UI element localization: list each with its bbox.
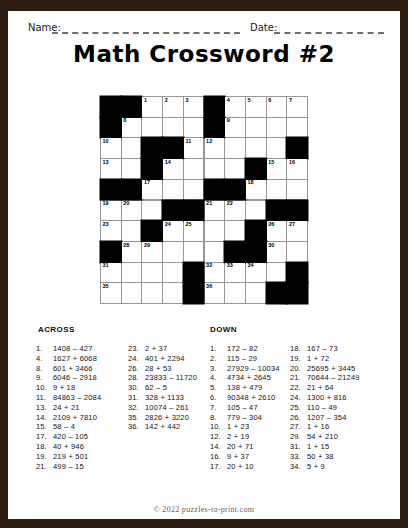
clue-number-label: 16. [210, 452, 227, 462]
grid-cell[interactable] [142, 263, 162, 283]
clue-expression: 105 – 47 [227, 403, 258, 412]
clue-down-18: 18.167 – 73 [290, 344, 360, 354]
grid-cell[interactable] [267, 118, 287, 138]
grid-cell[interactable] [267, 263, 287, 283]
clue-across-21: 21.499 – 15 [36, 462, 101, 472]
clue-number-label: 30. [128, 383, 145, 393]
grid-cell[interactable] [122, 138, 142, 158]
black-cell [142, 138, 162, 158]
grid-cell[interactable]: 9 [225, 118, 245, 138]
clue-expression: 62 – 5 [145, 383, 167, 392]
down-header: DOWN [210, 325, 237, 334]
grid-cell[interactable] [225, 138, 245, 158]
grid-cell[interactable]: 23 [101, 221, 121, 241]
grid-cell[interactable]: 13 [101, 159, 121, 179]
black-cell [101, 97, 121, 117]
clue-number-label: 22. [290, 383, 307, 393]
clue-across-36: 36.142 + 442 [128, 422, 197, 432]
clue-expression: 90348 + 2610 [227, 393, 276, 402]
clue-number-label: 6. [210, 393, 227, 403]
clue-down-24: 24.1300 + 816 [290, 393, 360, 403]
clue-number-label: 24. [290, 393, 307, 403]
clue-number-label: 33. [290, 452, 307, 462]
clue-down-34: 34.5 + 9 [290, 462, 360, 472]
clue-expression: 1 + 72 [307, 354, 329, 363]
clue-down-2: 2.115 – 29 [210, 354, 280, 364]
cell-number: 2 [165, 98, 168, 104]
clue-across-4: 4.1627 + 6068 [36, 354, 101, 364]
clue-expression: 2109 + 7810 [53, 413, 97, 422]
clue-expression: 1408 – 427 [53, 344, 93, 353]
black-cell [287, 263, 307, 283]
clue-expression: 601 + 3466 [53, 364, 93, 373]
grid-cell[interactable] [205, 221, 225, 241]
clue-expression: 21 + 64 [307, 383, 334, 392]
clue-expression: 142 + 442 [145, 422, 180, 431]
grid-cell[interactable]: 8 [122, 118, 142, 138]
black-cell [163, 138, 183, 158]
grid-cell[interactable]: 33 [225, 263, 245, 283]
cell-number: 20 [123, 201, 129, 207]
clue-across-23: 23.2 + 37 [128, 344, 197, 354]
grid-cell[interactable] [184, 180, 204, 200]
clue-number-label: 3. [210, 364, 227, 374]
clue-number-label: 8. [210, 413, 227, 423]
clue-down-3: 3.27929 – 10034 [210, 364, 280, 374]
clue-expression: 24 + 21 [53, 403, 80, 412]
clue-expression: 115 – 29 [227, 354, 257, 363]
grid-cell[interactable] [184, 118, 204, 138]
clue-across-9: 9.6046 – 2918 [36, 373, 101, 383]
clue-expression: 219 + 501 [53, 452, 88, 461]
clue-expression: 1300 + 816 [307, 393, 347, 402]
cell-number: 7 [289, 98, 292, 104]
cell-number: 18 [248, 180, 254, 186]
grid-cell[interactable]: 19 [101, 201, 121, 221]
grid-cell[interactable] [205, 242, 225, 262]
across-header: ACROSS [38, 325, 75, 334]
clue-number-label: 1. [210, 344, 227, 354]
cell-number: 33 [227, 263, 233, 269]
clue-down-10: 10.1 + 23 [210, 422, 280, 432]
cell-number: 35 [103, 284, 109, 290]
clue-number-label: 10. [36, 383, 53, 393]
grid-cell[interactable]: 28 [122, 242, 142, 262]
grid-cell[interactable] [142, 201, 162, 221]
clue-across-31: 31.328 + 1133 [128, 393, 197, 403]
clue-expression: 20 + 71 [227, 442, 254, 451]
grid-cell[interactable]: 6 [267, 97, 287, 117]
clue-expression: 10074 – 261 [145, 403, 189, 412]
cell-number: 14 [165, 160, 171, 166]
black-cell [184, 263, 204, 283]
clue-across-15: 15.58 – 4 [36, 422, 101, 432]
across-clues-column-2: 23.2 + 3724.401 + 229426.28 + 5328.23833… [128, 344, 197, 432]
clue-number-label: 32. [128, 403, 145, 413]
grid-cell[interactable]: 31 [101, 263, 121, 283]
grid-cell[interactable]: 17 [142, 180, 162, 200]
clue-expression: 54 + 210 [307, 432, 338, 441]
cell-number: 34 [248, 263, 254, 269]
clue-expression: 167 – 73 [307, 344, 338, 353]
clue-across-19: 19.219 + 501 [36, 452, 101, 462]
grid-cell[interactable]: 15 [267, 159, 287, 179]
cell-number: 22 [227, 201, 233, 207]
black-cell [205, 180, 225, 200]
grid-cell[interactable] [163, 283, 183, 303]
cell-number: 9 [227, 118, 230, 124]
cell-number: 29 [144, 243, 150, 249]
black-cell [122, 97, 142, 117]
grid-cell[interactable] [163, 263, 183, 283]
grid-cell[interactable] [246, 201, 266, 221]
grid-cell[interactable]: 22 [225, 201, 245, 221]
clue-across-1: 1.1408 – 427 [36, 344, 101, 354]
clue-down-27: 27.1 + 16 [290, 422, 360, 432]
clue-expression: 2 + 19 [227, 432, 249, 441]
cell-number: 5 [248, 98, 251, 104]
black-cell [163, 201, 183, 221]
cell-number: 16 [289, 160, 295, 166]
black-cell [184, 283, 204, 303]
clue-number-label: 18. [290, 344, 307, 354]
grid-cell[interactable]: 4 [225, 97, 245, 117]
black-cell [225, 180, 245, 200]
clue-expression: 172 – 82 [227, 344, 258, 353]
clue-expression: 2 + 37 [145, 344, 167, 353]
clue-expression: 138 + 479 [227, 383, 262, 392]
clue-number-label: 19. [290, 354, 307, 364]
clue-expression: 401 + 2294 [145, 354, 185, 363]
grid-cell[interactable] [122, 263, 142, 283]
grid-cell[interactable] [267, 138, 287, 158]
clue-down-12: 12.2 + 19 [210, 432, 280, 442]
clue-down-8: 8.779 – 304 [210, 413, 280, 423]
clue-number-label: 8. [36, 364, 53, 374]
clue-down-25: 25.110 – 49 [290, 403, 360, 413]
clue-down-31: 31.1 + 15 [290, 442, 360, 452]
black-cell [142, 159, 162, 179]
clue-number-label: 35. [128, 413, 145, 423]
grid-cell[interactable] [225, 221, 245, 241]
clue-expression: 1 + 16 [307, 422, 329, 431]
grid-cell[interactable] [246, 118, 266, 138]
clue-number-label: 13. [36, 403, 53, 413]
grid-cell[interactable]: 10 [101, 138, 121, 158]
clue-number-label: 27. [290, 422, 307, 432]
clue-down-33: 33.50 + 38 [290, 452, 360, 462]
grid-cell[interactable] [287, 242, 307, 262]
clue-down-16: 16.9 + 37 [210, 452, 280, 462]
down-clues-column-1: 1.172 – 822.115 – 293.27929 – 100344.473… [210, 344, 280, 471]
date-input-line[interactable] [274, 21, 384, 34]
grid-cell[interactable]: 24 [163, 221, 183, 241]
grid-cell[interactable]: 2 [163, 97, 183, 117]
cell-number: 31 [103, 263, 109, 269]
clue-across-24: 24.401 + 2294 [128, 354, 197, 364]
clue-number-label: 34. [290, 462, 307, 472]
clue-expression: 20 + 10 [227, 462, 254, 471]
clue-down-4: 4.4734 + 2645 [210, 373, 280, 383]
clue-expression: 4734 + 2645 [227, 373, 271, 382]
clue-across-35: 35.2826 + 3220 [128, 413, 197, 423]
clue-number-label: 1. [36, 344, 53, 354]
grid-cell[interactable] [122, 221, 142, 241]
clue-number-label: 26. [290, 413, 307, 423]
across-clues-column-1: 1.1408 – 4274.1627 + 60688.601 + 34669.6… [36, 344, 101, 471]
grid-cell[interactable]: 14 [163, 159, 183, 179]
clue-expression: 28 + 53 [145, 364, 172, 373]
grid-cell[interactable] [225, 159, 245, 179]
clue-number-label: 4. [210, 373, 227, 383]
grid-cell[interactable]: 36 [205, 283, 225, 303]
clue-expression: 779 – 304 [227, 413, 262, 422]
clue-expression: 1627 + 6068 [53, 354, 97, 363]
clue-expression: 23833 – 11720 [145, 373, 197, 382]
grid-cell[interactable]: 21 [205, 201, 225, 221]
clue-expression: 70644 – 21249 [307, 373, 360, 382]
black-cell [287, 283, 307, 303]
clue-expression: 84863 – 2084 [53, 393, 101, 402]
clue-across-8: 8.601 + 3466 [36, 364, 101, 374]
clue-number-label: 7. [210, 403, 227, 413]
black-cell [205, 97, 225, 117]
clue-down-7: 7.105 – 47 [210, 403, 280, 413]
page-title: Math Crossword #2 [0, 41, 408, 67]
clue-number-label: 14. [210, 442, 227, 452]
grid-cell[interactable] [225, 283, 245, 303]
clue-across-14: 14.2109 + 7810 [36, 413, 101, 423]
grid-cell[interactable]: 12 [205, 138, 225, 158]
cell-number: 27 [289, 222, 295, 228]
clue-number-label: 26. [128, 364, 145, 374]
cell-number: 10 [103, 139, 109, 145]
clue-across-28: 28.23833 – 11720 [128, 373, 197, 383]
cell-number: 1 [144, 98, 147, 104]
clue-number-label: 11. [36, 393, 53, 403]
black-cell [246, 242, 266, 262]
clue-down-1: 1.172 – 82 [210, 344, 280, 354]
clue-down-26: 26.1207 – 354 [290, 413, 360, 423]
clue-number-label: 18. [36, 442, 53, 452]
grid-cell[interactable]: 30 [267, 242, 287, 262]
grid-cell[interactable] [246, 138, 266, 158]
clue-down-20: 20.25695 + 3445 [290, 364, 360, 374]
black-cell [267, 201, 287, 221]
clue-expression: 110 – 49 [307, 403, 337, 412]
clue-number-label: 25. [290, 403, 307, 413]
clue-expression: 1 + 23 [227, 422, 249, 431]
clue-across-17: 17.420 – 105 [36, 432, 101, 442]
black-cell [184, 201, 204, 221]
clue-expression: 50 + 38 [307, 452, 334, 461]
grid-cell[interactable]: 32 [205, 263, 225, 283]
black-cell [287, 201, 307, 221]
grid-cell[interactable]: 18 [246, 180, 266, 200]
cell-number: 26 [268, 222, 274, 228]
clue-down-17: 17.20 + 10 [210, 462, 280, 472]
black-cell [142, 221, 162, 241]
cell-number: 36 [206, 284, 212, 290]
grid-cell[interactable]: 7 [287, 97, 307, 117]
grid-cell[interactable] [142, 283, 162, 303]
clue-expression: 9 + 37 [227, 452, 249, 461]
clue-number-label: 31. [290, 442, 307, 452]
clue-number-label: 24. [128, 354, 145, 364]
cell-number: 25 [185, 222, 191, 228]
clue-down-6: 6.90348 + 2610 [210, 393, 280, 403]
black-cell [101, 118, 121, 138]
cell-number: 15 [268, 160, 274, 166]
clue-number-label: 5. [210, 383, 227, 393]
cell-number: 17 [144, 180, 150, 186]
grid-cell[interactable]: 34 [246, 263, 266, 283]
grid-cell[interactable] [163, 242, 183, 262]
clue-number-label: 36. [128, 422, 145, 432]
clue-number-label: 20. [290, 364, 307, 374]
grid-cell[interactable] [163, 180, 183, 200]
cell-number: 4 [227, 98, 230, 104]
black-cell [246, 159, 266, 179]
crossword-grid: 1234567891011121314151617181920212223242… [100, 96, 308, 304]
grid-cell[interactable]: 5 [246, 97, 266, 117]
grid-cell[interactable] [163, 118, 183, 138]
clue-number-label: 19. [36, 452, 53, 462]
cell-number: 3 [185, 98, 188, 104]
clue-number-label: 17. [210, 462, 227, 472]
black-cell [205, 118, 225, 138]
grid-cell[interactable]: 20 [122, 201, 142, 221]
clue-down-19: 19.1 + 72 [290, 354, 360, 364]
down-clues-column-2: 18.167 – 7319.1 + 7220.25695 + 344521.70… [290, 344, 360, 471]
cell-number: 11 [185, 139, 191, 145]
grid-cell[interactable] [184, 242, 204, 262]
clue-number-label: 28. [128, 373, 145, 383]
cell-number: 23 [103, 222, 109, 228]
clue-across-11: 11.84863 – 2084 [36, 393, 101, 403]
clue-number-label: 21. [36, 462, 53, 472]
clue-across-26: 26.28 + 53 [128, 364, 197, 374]
clue-number-label: 15. [36, 422, 53, 432]
clue-down-21: 21.70644 – 21249 [290, 373, 360, 383]
clue-number-label: 14. [36, 413, 53, 423]
clue-expression: 27929 – 10034 [227, 364, 280, 373]
grid-cell[interactable] [122, 283, 142, 303]
grid-cell[interactable]: 11 [184, 138, 204, 158]
grid-cell[interactable]: 25 [184, 221, 204, 241]
grid-cell[interactable]: 26 [267, 221, 287, 241]
clue-expression: 420 – 105 [53, 432, 88, 441]
clue-across-13: 13.24 + 21 [36, 403, 101, 413]
clue-number-label: 2. [210, 354, 227, 364]
clue-across-18: 18.40 + 946 [36, 442, 101, 452]
cell-number: 8 [123, 118, 126, 124]
clue-across-32: 32.10074 – 261 [128, 403, 197, 413]
clue-number-label: 23. [128, 344, 145, 354]
grid-cell[interactable] [184, 159, 204, 179]
name-input-line[interactable] [52, 21, 240, 34]
black-cell [225, 242, 245, 262]
clue-expression: 2826 + 3220 [145, 413, 189, 422]
clue-expression: 58 – 4 [53, 422, 75, 431]
clue-number-label: 31. [128, 393, 145, 403]
clue-expression: 6046 – 2918 [53, 373, 97, 382]
clue-number-label: 29. [290, 432, 307, 442]
cell-number: 6 [268, 98, 271, 104]
grid-cell[interactable] [205, 159, 225, 179]
clue-across-10: 10.9 + 18 [36, 383, 101, 393]
clue-number-label: 17. [36, 432, 53, 442]
clue-down-5: 5.138 + 479 [210, 383, 280, 393]
clue-number-label: 21. [290, 373, 307, 383]
cell-number: 30 [268, 243, 274, 249]
black-cell [101, 180, 121, 200]
grid-cell[interactable] [246, 283, 266, 303]
worksheet-page: Name: Date: Math Crossword #2 1234567891… [0, 0, 408, 528]
grid-cell[interactable] [287, 180, 307, 200]
black-cell [267, 283, 287, 303]
grid-cell[interactable] [142, 118, 162, 138]
grid-cell[interactable]: 3 [184, 97, 204, 117]
clue-number-label: 4. [36, 354, 53, 364]
grid-cell[interactable]: 29 [142, 242, 162, 262]
cell-number: 12 [206, 139, 212, 145]
black-cell [246, 221, 266, 241]
grid-cell[interactable] [287, 118, 307, 138]
grid-cell[interactable]: 35 [101, 283, 121, 303]
grid-cell[interactable]: 27 [287, 221, 307, 241]
black-cell [101, 242, 121, 262]
cell-number: 21 [206, 201, 212, 207]
cell-number: 24 [165, 222, 171, 228]
copyright-text: © 2022 puzzles-to-print.com [0, 505, 408, 514]
cell-number: 28 [123, 243, 129, 249]
black-cell [122, 180, 142, 200]
grid-cell[interactable] [267, 180, 287, 200]
clue-expression: 499 – 15 [53, 462, 84, 471]
clue-down-29: 29.54 + 210 [290, 432, 360, 442]
grid-cell[interactable]: 16 [287, 159, 307, 179]
clue-expression: 9 + 18 [53, 383, 75, 392]
clue-expression: 40 + 946 [53, 442, 84, 451]
clue-across-30: 30.62 – 5 [128, 383, 197, 393]
clue-down-22: 22.21 + 64 [290, 383, 360, 393]
black-cell [287, 138, 307, 158]
clue-down-14: 14.20 + 71 [210, 442, 280, 452]
clue-expression: 5 + 9 [307, 462, 325, 471]
clue-expression: 25695 + 3445 [307, 364, 356, 373]
cell-number: 13 [103, 160, 109, 166]
clue-number-label: 9. [36, 373, 53, 383]
grid-cell[interactable] [122, 159, 142, 179]
clue-number-label: 10. [210, 422, 227, 432]
grid-cell[interactable]: 1 [142, 97, 162, 117]
clue-number-label: 12. [210, 432, 227, 442]
clue-expression: 328 + 1133 [145, 393, 184, 402]
cell-number: 19 [103, 201, 109, 207]
cell-number: 32 [206, 263, 212, 269]
clue-expression: 1207 – 354 [307, 413, 347, 422]
clue-expression: 1 + 15 [307, 442, 329, 451]
